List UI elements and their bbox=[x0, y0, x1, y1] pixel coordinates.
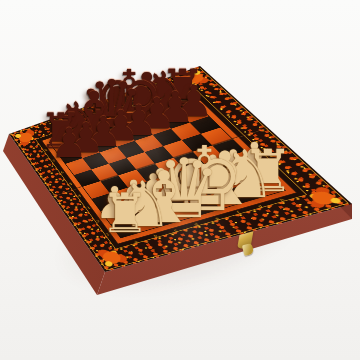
file-label: a bbox=[133, 240, 138, 244]
file-label: e bbox=[214, 216, 220, 220]
file-label: d bbox=[193, 222, 199, 226]
file-label: c bbox=[173, 228, 178, 232]
file-label: b bbox=[153, 234, 158, 238]
file-label: f bbox=[236, 211, 241, 215]
product-photo-stage: 87654321abcdefgh ♜♞♝♛♚♝♞♜♟♟♟♟♟♟♟♟♟♟♟♟♟♟♟… bbox=[0, 0, 360, 360]
